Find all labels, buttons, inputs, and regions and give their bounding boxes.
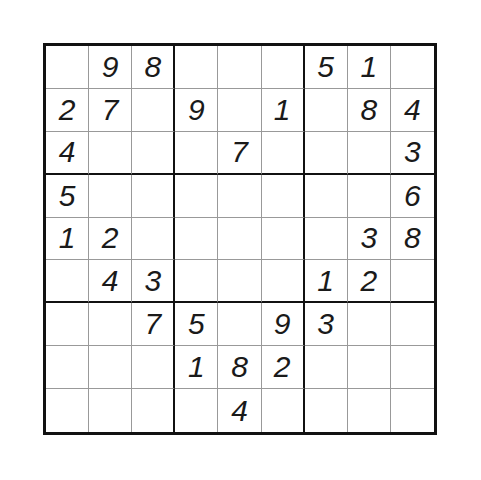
sudoku-cell-r6c6[interactable] (262, 260, 305, 303)
sudoku-cell-r3c6[interactable] (262, 132, 305, 175)
sudoku-cell-r1c7[interactable]: 5 (305, 46, 348, 89)
sudoku-cell-r8c1[interactable] (46, 346, 89, 389)
sudoku-cell-r2c9[interactable]: 4 (391, 89, 434, 132)
sudoku-cell-r7c9[interactable] (391, 303, 434, 346)
sudoku-cell-r5c3[interactable] (132, 218, 175, 261)
sudoku-cell-r5c2[interactable]: 2 (89, 218, 132, 261)
sudoku-cell-r2c2[interactable]: 7 (89, 89, 132, 132)
sudoku-cell-r7c3[interactable]: 7 (132, 303, 175, 346)
sudoku-cell-r9c3[interactable] (132, 389, 175, 432)
sudoku-cell-r7c5[interactable] (218, 303, 261, 346)
sudoku-cell-r3c1[interactable]: 4 (46, 132, 89, 175)
sudoku-cell-r9c7[interactable] (305, 389, 348, 432)
sudoku-cell-r1c6[interactable] (262, 46, 305, 89)
sudoku-page: 9851279184473561238431275931824 (0, 0, 481, 480)
sudoku-cell-r4c8[interactable] (348, 175, 391, 218)
sudoku-cell-r7c7[interactable]: 3 (305, 303, 348, 346)
sudoku-cell-r8c7[interactable] (305, 346, 348, 389)
sudoku-cell-r5c4[interactable] (175, 218, 218, 261)
sudoku-cell-r9c4[interactable] (175, 389, 218, 432)
sudoku-cell-r3c2[interactable] (89, 132, 132, 175)
sudoku-board: 9851279184473561238431275931824 (43, 43, 437, 435)
sudoku-cell-r4c5[interactable] (218, 175, 261, 218)
sudoku-cell-r1c9[interactable] (391, 46, 434, 89)
sudoku-cell-r7c1[interactable] (46, 303, 89, 346)
sudoku-cell-r2c7[interactable] (305, 89, 348, 132)
sudoku-cell-r1c1[interactable] (46, 46, 89, 89)
sudoku-cell-r5c9[interactable]: 8 (391, 218, 434, 261)
sudoku-cell-r6c4[interactable] (175, 260, 218, 303)
sudoku-cell-r2c3[interactable] (132, 89, 175, 132)
sudoku-cell-r7c4[interactable]: 5 (175, 303, 218, 346)
sudoku-cell-r8c8[interactable] (348, 346, 391, 389)
sudoku-cell-r9c1[interactable] (46, 389, 89, 432)
sudoku-cell-r5c1[interactable]: 1 (46, 218, 89, 261)
sudoku-cell-r6c5[interactable] (218, 260, 261, 303)
sudoku-cell-r4c6[interactable] (262, 175, 305, 218)
sudoku-cell-r8c2[interactable] (89, 346, 132, 389)
sudoku-cell-r2c8[interactable]: 8 (348, 89, 391, 132)
sudoku-cell-r1c4[interactable] (175, 46, 218, 89)
sudoku-cell-r7c8[interactable] (348, 303, 391, 346)
sudoku-cell-r7c6[interactable]: 9 (262, 303, 305, 346)
sudoku-cell-r3c7[interactable] (305, 132, 348, 175)
sudoku-cell-r3c5[interactable]: 7 (218, 132, 261, 175)
sudoku-cell-r4c2[interactable] (89, 175, 132, 218)
sudoku-cell-r1c2[interactable]: 9 (89, 46, 132, 89)
sudoku-cell-r1c3[interactable]: 8 (132, 46, 175, 89)
sudoku-cell-r3c9[interactable]: 3 (391, 132, 434, 175)
sudoku-cell-r5c8[interactable]: 3 (348, 218, 391, 261)
sudoku-cell-r7c2[interactable] (89, 303, 132, 346)
sudoku-cell-r4c7[interactable] (305, 175, 348, 218)
sudoku-cell-r5c5[interactable] (218, 218, 261, 261)
sudoku-cell-r2c6[interactable]: 1 (262, 89, 305, 132)
sudoku-cell-r5c6[interactable] (262, 218, 305, 261)
sudoku-cell-r2c5[interactable] (218, 89, 261, 132)
sudoku-cell-r8c4[interactable]: 1 (175, 346, 218, 389)
sudoku-cell-r6c1[interactable] (46, 260, 89, 303)
sudoku-cell-r8c9[interactable] (391, 346, 434, 389)
sudoku-cell-r4c9[interactable]: 6 (391, 175, 434, 218)
sudoku-cell-r4c1[interactable]: 5 (46, 175, 89, 218)
sudoku-cell-r8c5[interactable]: 8 (218, 346, 261, 389)
sudoku-cell-r1c8[interactable]: 1 (348, 46, 391, 89)
sudoku-cell-r6c7[interactable]: 1 (305, 260, 348, 303)
sudoku-cell-r6c8[interactable]: 2 (348, 260, 391, 303)
sudoku-cell-r5c7[interactable] (305, 218, 348, 261)
sudoku-cell-r4c4[interactable] (175, 175, 218, 218)
sudoku-cell-r9c2[interactable] (89, 389, 132, 432)
sudoku-cell-r2c1[interactable]: 2 (46, 89, 89, 132)
sudoku-cell-r6c3[interactable]: 3 (132, 260, 175, 303)
sudoku-cell-r3c3[interactable] (132, 132, 175, 175)
sudoku-cell-r9c8[interactable] (348, 389, 391, 432)
sudoku-cell-r8c6[interactable]: 2 (262, 346, 305, 389)
sudoku-cell-r1c5[interactable] (218, 46, 261, 89)
sudoku-cell-r2c4[interactable]: 9 (175, 89, 218, 132)
sudoku-cell-r9c9[interactable] (391, 389, 434, 432)
sudoku-cell-r9c5[interactable]: 4 (218, 389, 261, 432)
sudoku-cell-r6c2[interactable]: 4 (89, 260, 132, 303)
sudoku-cell-r8c3[interactable] (132, 346, 175, 389)
sudoku-cell-r9c6[interactable] (262, 389, 305, 432)
sudoku-cell-r4c3[interactable] (132, 175, 175, 218)
sudoku-cell-r3c4[interactable] (175, 132, 218, 175)
sudoku-cell-r3c8[interactable] (348, 132, 391, 175)
sudoku-cell-r6c9[interactable] (391, 260, 434, 303)
